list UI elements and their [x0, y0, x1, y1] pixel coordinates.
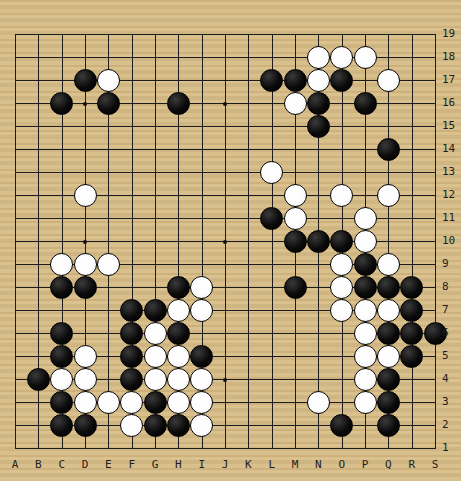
row-label: 5 — [442, 350, 461, 362]
stone-white[interactable] — [74, 368, 97, 391]
stone-black[interactable] — [354, 276, 377, 299]
stone-white[interactable] — [284, 207, 307, 230]
stone-white[interactable] — [74, 391, 97, 414]
stone-black[interactable] — [144, 391, 167, 414]
column-label: P — [355, 459, 375, 471]
stone-black[interactable] — [330, 230, 353, 253]
stone-black[interactable] — [50, 92, 73, 115]
stone-black[interactable] — [400, 322, 423, 345]
column-label: Q — [378, 459, 398, 471]
row-label: 12 — [442, 189, 461, 201]
stone-white[interactable] — [97, 391, 120, 414]
stone-black[interactable] — [190, 345, 213, 368]
stone-white[interactable] — [50, 368, 73, 391]
row-label: 13 — [442, 166, 461, 178]
stone-white[interactable] — [354, 230, 377, 253]
stone-white[interactable] — [190, 299, 213, 322]
column-label: H — [168, 459, 188, 471]
column-label: R — [402, 459, 422, 471]
stone-white[interactable] — [97, 69, 120, 92]
row-label: 19 — [442, 28, 461, 40]
grid-line-vertical — [435, 34, 436, 449]
stone-white[interactable] — [307, 46, 330, 69]
stone-black[interactable] — [120, 322, 143, 345]
stone-black[interactable] — [377, 138, 400, 161]
row-label: 8 — [442, 281, 461, 293]
stone-white[interactable] — [330, 299, 353, 322]
stone-white[interactable] — [354, 322, 377, 345]
column-label: L — [262, 459, 282, 471]
stone-black[interactable] — [377, 322, 400, 345]
stone-white[interactable] — [354, 391, 377, 414]
stone-black[interactable] — [330, 414, 353, 437]
stone-white[interactable] — [190, 414, 213, 437]
go-board-app: ABCDEFGHIJKLMNOPQRS191817161514131211109… — [0, 0, 461, 481]
stone-black[interactable] — [120, 345, 143, 368]
stone-white[interactable] — [167, 368, 190, 391]
column-label: E — [98, 459, 118, 471]
column-label: G — [145, 459, 165, 471]
row-label: 9 — [442, 258, 461, 270]
stone-black[interactable] — [400, 276, 423, 299]
stone-black[interactable] — [354, 92, 377, 115]
stone-black[interactable] — [400, 345, 423, 368]
stone-white[interactable] — [377, 253, 400, 276]
column-label: D — [75, 459, 95, 471]
row-label: 16 — [442, 97, 461, 109]
column-label: I — [192, 459, 212, 471]
stone-black[interactable] — [167, 276, 190, 299]
stone-black[interactable] — [50, 345, 73, 368]
stone-black[interactable] — [167, 92, 190, 115]
column-label: C — [52, 459, 72, 471]
stone-black[interactable] — [377, 368, 400, 391]
stone-white[interactable] — [190, 391, 213, 414]
grid-line-vertical — [248, 34, 249, 449]
stone-black[interactable] — [50, 391, 73, 414]
stone-black[interactable] — [330, 69, 353, 92]
stone-black[interactable] — [377, 414, 400, 437]
stone-white[interactable] — [74, 253, 97, 276]
stone-black[interactable] — [307, 92, 330, 115]
column-label: A — [5, 459, 25, 471]
stone-white[interactable] — [144, 345, 167, 368]
stone-black[interactable] — [120, 368, 143, 391]
row-label: 3 — [442, 396, 461, 408]
stone-black[interactable] — [307, 230, 330, 253]
stone-white[interactable] — [377, 184, 400, 207]
stone-black[interactable] — [27, 368, 50, 391]
stone-black[interactable] — [144, 299, 167, 322]
stone-black[interactable] — [377, 276, 400, 299]
stone-white[interactable] — [190, 368, 213, 391]
grid-line-vertical — [412, 34, 413, 449]
row-label: 17 — [442, 74, 461, 86]
stone-white[interactable] — [284, 92, 307, 115]
stone-white[interactable] — [167, 299, 190, 322]
stone-black[interactable] — [50, 276, 73, 299]
stone-black[interactable] — [354, 253, 377, 276]
stone-black[interactable] — [120, 299, 143, 322]
stone-white[interactable] — [97, 253, 120, 276]
stone-black[interactable] — [400, 299, 423, 322]
stone-black[interactable] — [74, 414, 97, 437]
grid-line-horizontal — [15, 448, 436, 449]
grid-line-vertical — [272, 34, 273, 449]
column-label: F — [122, 459, 142, 471]
stone-white[interactable] — [167, 345, 190, 368]
stone-white[interactable] — [307, 69, 330, 92]
stone-black[interactable] — [284, 230, 307, 253]
stone-white[interactable] — [120, 391, 143, 414]
stone-white[interactable] — [354, 345, 377, 368]
column-label: S — [425, 459, 445, 471]
stone-white[interactable] — [144, 322, 167, 345]
stone-white[interactable] — [377, 299, 400, 322]
stone-white[interactable] — [354, 299, 377, 322]
stone-white[interactable] — [377, 69, 400, 92]
stone-white[interactable] — [190, 276, 213, 299]
stone-white[interactable] — [330, 46, 353, 69]
row-label: 11 — [442, 212, 461, 224]
row-label: 6 — [442, 327, 461, 339]
stone-white[interactable] — [330, 276, 353, 299]
stone-white[interactable] — [307, 391, 330, 414]
stone-black[interactable] — [284, 69, 307, 92]
column-label: N — [308, 459, 328, 471]
stone-white[interactable] — [167, 391, 190, 414]
stone-black[interactable] — [167, 414, 190, 437]
stone-black[interactable] — [74, 276, 97, 299]
stone-black[interactable] — [284, 276, 307, 299]
column-label: K — [238, 459, 258, 471]
stone-black[interactable] — [50, 322, 73, 345]
row-label: 2 — [442, 419, 461, 431]
column-label: O — [332, 459, 352, 471]
stone-black[interactable] — [97, 92, 120, 115]
row-label: 1 — [442, 442, 461, 454]
stone-white[interactable] — [50, 253, 73, 276]
stone-white[interactable] — [330, 184, 353, 207]
row-label: 4 — [442, 373, 461, 385]
stone-white[interactable] — [377, 345, 400, 368]
stone-white[interactable] — [74, 345, 97, 368]
stone-white[interactable] — [354, 46, 377, 69]
stone-black[interactable] — [50, 414, 73, 437]
stone-white[interactable] — [120, 414, 143, 437]
stone-black[interactable] — [167, 322, 190, 345]
stone-black[interactable] — [74, 69, 97, 92]
stone-white[interactable] — [260, 161, 283, 184]
stone-white[interactable] — [74, 184, 97, 207]
row-label: 14 — [442, 143, 461, 155]
stone-black[interactable] — [307, 115, 330, 138]
stone-white[interactable] — [354, 207, 377, 230]
stone-white[interactable] — [144, 368, 167, 391]
stone-white[interactable] — [354, 368, 377, 391]
stone-white[interactable] — [284, 184, 307, 207]
stone-black[interactable] — [260, 207, 283, 230]
stone-black[interactable] — [260, 69, 283, 92]
row-label: 10 — [442, 235, 461, 247]
column-label: M — [285, 459, 305, 471]
row-label: 18 — [442, 51, 461, 63]
row-label: 15 — [442, 120, 461, 132]
column-label: J — [215, 459, 235, 471]
column-label: B — [28, 459, 48, 471]
stone-black[interactable] — [377, 391, 400, 414]
stone-black[interactable] — [144, 414, 167, 437]
stone-white[interactable] — [330, 253, 353, 276]
row-label: 7 — [442, 304, 461, 316]
